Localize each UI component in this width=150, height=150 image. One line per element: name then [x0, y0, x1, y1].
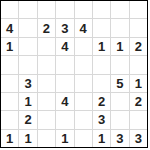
cell-r7c3[interactable] — [38, 111, 55, 128]
cell-r7c6: 3 — [93, 111, 110, 128]
cell-r5c7: 5 — [111, 75, 128, 92]
cell-r6c7[interactable] — [111, 93, 128, 110]
cell-r1c8[interactable] — [130, 1, 147, 18]
cell-r3c1: 1 — [1, 38, 18, 55]
clue-number: 3 — [135, 132, 142, 145]
cell-r2c8[interactable] — [130, 19, 147, 36]
clue-number: 1 — [98, 132, 105, 145]
cell-r5c3[interactable] — [38, 75, 55, 92]
cell-r2c2[interactable] — [19, 19, 36, 36]
clue-number: 1 — [135, 77, 142, 90]
cell-r5c5[interactable] — [75, 75, 92, 92]
clue-number: 1 — [6, 132, 13, 145]
cell-r7c5[interactable] — [75, 111, 92, 128]
cell-r7c4[interactable] — [56, 111, 73, 128]
clue-number: 2 — [24, 113, 31, 126]
cell-r4c7[interactable] — [111, 56, 128, 73]
cell-r6c6: 2 — [93, 93, 110, 110]
cell-r5c6[interactable] — [93, 75, 110, 92]
cell-r1c7[interactable] — [111, 1, 128, 18]
clue-number: 1 — [6, 40, 13, 53]
clue-number: 3 — [61, 22, 68, 35]
clue-number: 1 — [98, 40, 105, 53]
cell-r4c6[interactable] — [93, 56, 110, 73]
cell-r4c5[interactable] — [75, 56, 92, 73]
cell-r1c3[interactable] — [38, 1, 55, 18]
clue-number: 2 — [43, 22, 50, 35]
cell-r8c3[interactable] — [38, 130, 55, 147]
cell-r7c1[interactable] — [1, 111, 18, 128]
cell-r6c8: 2 — [130, 93, 147, 110]
clue-number: 4 — [6, 22, 13, 35]
cell-r3c3[interactable] — [38, 38, 55, 55]
cell-r1c2[interactable] — [19, 1, 36, 18]
clue-number: 2 — [98, 95, 105, 108]
cell-r3c8: 2 — [130, 38, 147, 55]
cell-r3c4: 4 — [56, 38, 73, 55]
cell-r4c3[interactable] — [38, 56, 55, 73]
clue-number: 1 — [24, 95, 31, 108]
cell-r5c8: 1 — [130, 75, 147, 92]
cell-r8c1: 1 — [1, 130, 18, 147]
cell-r6c2: 1 — [19, 93, 36, 110]
puzzle-board: 423414112351142223111133 — [0, 0, 148, 148]
clue-number: 5 — [116, 77, 123, 90]
cell-r4c8[interactable] — [130, 56, 147, 73]
cell-r6c4: 4 — [56, 93, 73, 110]
clue-number: 1 — [61, 132, 68, 145]
cell-r5c2: 3 — [19, 75, 36, 92]
cell-r1c4[interactable] — [56, 1, 73, 18]
clue-number: 3 — [24, 77, 31, 90]
cell-r2c6[interactable] — [93, 19, 110, 36]
cell-r8c6: 1 — [93, 130, 110, 147]
cell-r5c1[interactable] — [1, 75, 18, 92]
cell-r5c4[interactable] — [56, 75, 73, 92]
clue-number: 4 — [61, 40, 68, 53]
cell-r8c5[interactable] — [75, 130, 92, 147]
cell-r2c3: 2 — [38, 19, 55, 36]
cell-r7c8[interactable] — [130, 111, 147, 128]
cell-r6c5[interactable] — [75, 93, 92, 110]
cell-r4c2[interactable] — [19, 56, 36, 73]
cell-r6c1[interactable] — [1, 93, 18, 110]
cell-r2c1: 4 — [1, 19, 18, 36]
clue-number: 2 — [135, 95, 142, 108]
cell-r7c2: 2 — [19, 111, 36, 128]
cell-r8c4: 1 — [56, 130, 73, 147]
cell-r1c6[interactable] — [93, 1, 110, 18]
cell-r2c4: 3 — [56, 19, 73, 36]
cell-r3c6: 1 — [93, 38, 110, 55]
cell-r3c5[interactable] — [75, 38, 92, 55]
clue-number: 1 — [116, 40, 123, 53]
cell-r8c2: 1 — [19, 130, 36, 147]
clue-number: 1 — [24, 132, 31, 145]
cell-r8c7: 3 — [111, 130, 128, 147]
clue-number: 3 — [98, 113, 105, 126]
cell-r3c7: 1 — [111, 38, 128, 55]
cell-r2c7[interactable] — [111, 19, 128, 36]
cell-r3c2[interactable] — [19, 38, 36, 55]
clue-number: 2 — [135, 40, 142, 53]
cell-r7c7[interactable] — [111, 111, 128, 128]
clue-number: 4 — [80, 22, 87, 35]
cell-r1c1[interactable] — [1, 1, 18, 18]
clue-number: 3 — [116, 132, 123, 145]
cell-r2c5: 4 — [75, 19, 92, 36]
cell-r4c1[interactable] — [1, 56, 18, 73]
cell-r6c3[interactable] — [38, 93, 55, 110]
clue-number: 4 — [61, 95, 68, 108]
cell-r8c8: 3 — [130, 130, 147, 147]
cell-r1c5[interactable] — [75, 1, 92, 18]
cell-r4c4[interactable] — [56, 56, 73, 73]
